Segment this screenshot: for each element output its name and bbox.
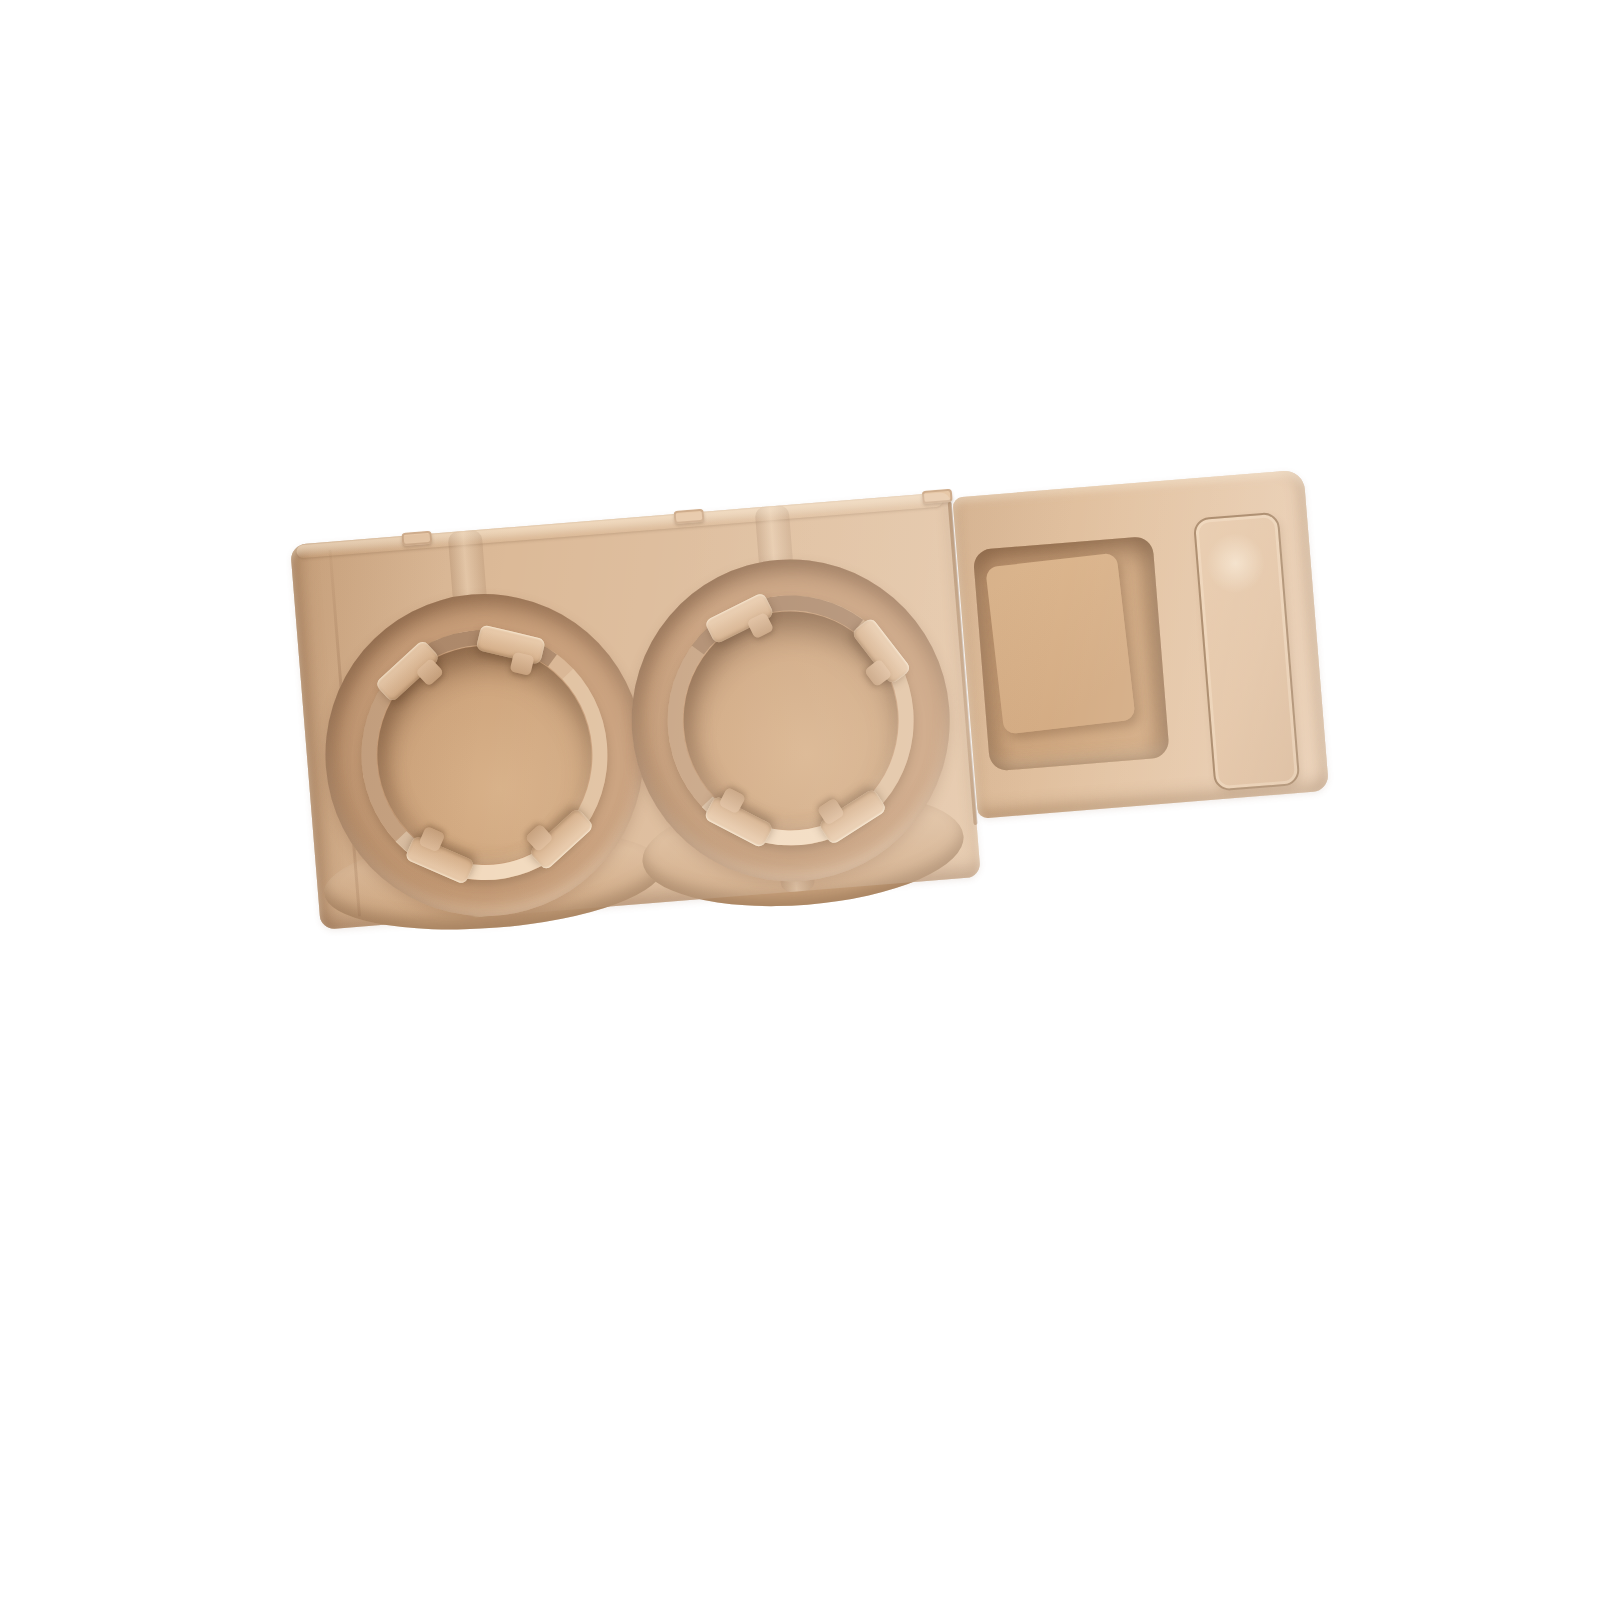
white-backdrop [0,0,1600,1600]
coin-tray-floor [985,553,1135,735]
rim-notch [401,531,432,546]
coin-tray-module [952,469,1329,818]
button-panel [1193,512,1301,792]
top-rim [296,494,943,559]
rim-notch [674,509,705,524]
cup-holder-product-photo [290,464,1335,946]
cup-recess-left [313,582,656,928]
cup-holder-module [290,492,981,930]
cup-recess-right [619,547,962,893]
coin-tray-recess [973,536,1170,772]
